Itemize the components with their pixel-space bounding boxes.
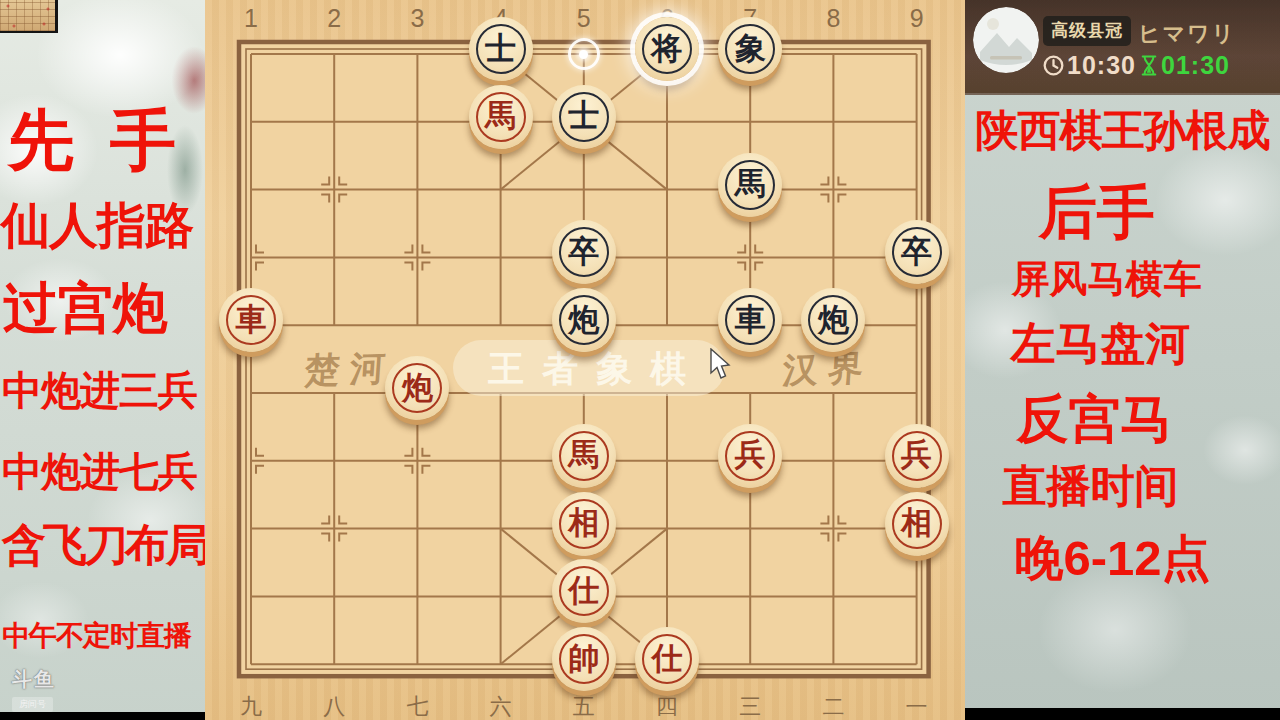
file-label-top: 5 — [569, 4, 599, 33]
piece-ring: 帥 — [559, 634, 609, 684]
piece-ring: 士 — [559, 92, 609, 142]
piece-red-仕[interactable]: 仕 — [635, 627, 699, 691]
piece-glyph: 兵 — [735, 439, 766, 470]
piece-ring: 兵 — [892, 431, 942, 481]
bottom-black-bar-left — [0, 712, 205, 720]
piece-red-相[interactable]: 相 — [885, 492, 949, 556]
piece-glyph: 炮 — [402, 372, 433, 403]
piece-ring: 仕 — [642, 634, 692, 684]
piece-black-士[interactable]: 士 — [552, 85, 616, 149]
piece-ring: 兵 — [725, 431, 775, 481]
piece-ring: 馬 — [476, 92, 526, 142]
right-caption-opening-2: 左马盘河 — [965, 320, 1258, 367]
mouse-cursor — [710, 348, 732, 380]
douyu-logo: 斗鱼 — [12, 666, 62, 693]
piece-glyph: 帥 — [568, 643, 599, 674]
file-label-bottom: 三 — [735, 692, 765, 720]
piece-glyph: 将 — [652, 33, 683, 64]
corner-thumbnail-image — [0, 0, 58, 33]
piece-glyph: 士 — [568, 100, 599, 131]
piece-glyph: 炮 — [568, 304, 599, 335]
piece-black-象[interactable]: 象 — [718, 17, 782, 81]
right-captions: 陕西棋王孙根成 后手 屏风马横车 左马盘河 反宫马 直播时间 晚6-12点 — [965, 0, 1280, 720]
piece-red-車[interactable]: 車 — [219, 288, 283, 352]
file-label-bottom: 九 — [236, 692, 266, 720]
right-caption-opening-3: 反宫马 — [965, 392, 1252, 447]
left-caption-opening-1: 仙人指路 — [1, 200, 193, 251]
piece-glyph: 車 — [735, 304, 766, 335]
piece-red-相[interactable]: 相 — [552, 492, 616, 556]
right-caption-opening-1: 屏风马横车 — [965, 260, 1264, 300]
piece-glyph: 馬 — [735, 168, 766, 199]
file-label-top: 2 — [319, 4, 349, 33]
piece-ring: 馬 — [725, 160, 775, 210]
piece-ring: 相 — [892, 499, 942, 549]
piece-ring: 馬 — [559, 431, 609, 481]
left-caption-opening-4: 中炮进七兵 — [2, 450, 197, 492]
piece-ring: 炮 — [392, 363, 442, 413]
piece-ring: 卒 — [559, 227, 609, 277]
piece-glyph: 仕 — [652, 643, 683, 674]
river-label-han: 汉界 — [781, 344, 875, 394]
stream-screen: 先手 仙人指路 过宫炮 中炮进三兵 中炮进七兵 含飞刀布局 中午不定时直播 斗鱼… — [0, 0, 1280, 720]
right-caption-second-move: 后手 — [965, 182, 1254, 243]
left-overlay-panel: 先手 仙人指路 过宫炮 中炮进三兵 中炮进七兵 含飞刀布局 中午不定时直播 斗鱼… — [0, 0, 205, 720]
left-caption-opening-5: 含飞刀布局 — [2, 522, 205, 568]
piece-black-将[interactable]: 将 — [635, 17, 699, 81]
piece-glyph: 車 — [236, 304, 267, 335]
piece-red-帥[interactable]: 帥 — [552, 627, 616, 691]
piece-glyph: 炮 — [818, 304, 849, 335]
piece-red-馬[interactable]: 馬 — [552, 424, 616, 488]
piece-ring: 相 — [559, 499, 609, 549]
right-caption-player-title: 陕西棋王孙根成 — [965, 108, 1280, 153]
file-label-top: 9 — [902, 4, 932, 33]
piece-ring: 象 — [725, 24, 775, 74]
xiangqi-board[interactable]: 123456789 九八七六五四三二一 楚河 汉界 王者象棋 士将象馬士馬卒卒車… — [205, 0, 965, 720]
piece-glyph: 卒 — [568, 236, 599, 267]
piece-black-炮[interactable]: 炮 — [552, 288, 616, 352]
river-label-chu: 楚河 — [303, 344, 397, 394]
piece-ring: 仕 — [559, 566, 609, 616]
piece-glyph: 馬 — [485, 100, 516, 131]
piece-ring: 炮 — [808, 295, 858, 345]
piece-black-卒[interactable]: 卒 — [552, 220, 616, 284]
left-caption-schedule: 中午不定时直播 — [2, 621, 191, 650]
piece-red-仕[interactable]: 仕 — [552, 559, 616, 623]
piece-black-馬[interactable]: 馬 — [718, 153, 782, 217]
piece-glyph: 象 — [735, 33, 766, 64]
file-label-top: 1 — [236, 4, 266, 33]
piece-ring: 士 — [476, 24, 526, 74]
file-label-bottom: 一 — [902, 692, 932, 720]
file-label-bottom: 五 — [569, 692, 599, 720]
file-label-top: 8 — [818, 4, 848, 33]
file-label-top: 3 — [402, 4, 432, 33]
right-caption-broadcast-hours: 晚6-12点 — [965, 533, 1270, 584]
piece-ring: 将 — [642, 24, 692, 74]
piece-black-車[interactable]: 車 — [718, 288, 782, 352]
piece-glyph: 士 — [485, 33, 516, 64]
piece-red-馬[interactable]: 馬 — [469, 85, 533, 149]
piece-red-兵[interactable]: 兵 — [885, 424, 949, 488]
piece-ring: 車 — [226, 295, 276, 345]
file-label-bottom: 六 — [486, 692, 516, 720]
last-move-from-marker — [568, 38, 600, 70]
piece-red-炮[interactable]: 炮 — [385, 356, 449, 420]
file-label-bottom: 七 — [402, 692, 432, 720]
file-label-bottom: 八 — [319, 692, 349, 720]
piece-glyph: 卒 — [901, 236, 932, 267]
piece-glyph: 兵 — [901, 439, 932, 470]
piece-ring: 炮 — [559, 295, 609, 345]
bottom-black-bar-right — [965, 708, 1280, 720]
room-number-label: 房间号 — [12, 697, 53, 712]
right-caption-broadcast-label: 直播时间 — [965, 463, 1248, 509]
file-label-bottom: 四 — [652, 692, 682, 720]
piece-ring: 卒 — [892, 227, 942, 277]
piece-glyph: 馬 — [568, 439, 599, 470]
left-caption-opening-3: 中炮进三兵 — [2, 369, 197, 411]
left-caption-opening-2: 过宫炮 — [3, 280, 168, 338]
piece-black-士[interactable]: 士 — [469, 17, 533, 81]
piece-black-卒[interactable]: 卒 — [885, 220, 949, 284]
piece-glyph: 仕 — [568, 575, 599, 606]
piece-red-兵[interactable]: 兵 — [718, 424, 782, 488]
right-overlay-panel: 高级县冠 ヒマワリ 10:30 01:30 陕西棋王孙根成 后手 屏风马横车 左… — [965, 0, 1280, 720]
piece-ring: 車 — [725, 295, 775, 345]
piece-glyph: 相 — [901, 507, 932, 538]
left-caption-first-move: 先手 — [8, 106, 205, 175]
piece-glyph: 相 — [568, 507, 599, 538]
file-label-bottom: 二 — [818, 692, 848, 720]
